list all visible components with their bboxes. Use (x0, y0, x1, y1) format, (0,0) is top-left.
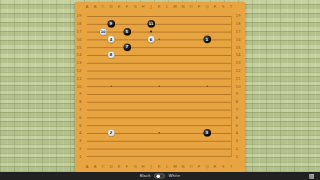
white-turn-label: White (169, 174, 181, 178)
coord-label-top: M (173, 4, 176, 9)
coord-label-top: J (150, 4, 151, 9)
coord-label-bottom: N (182, 164, 185, 169)
coord-label-right: 3 (235, 138, 239, 143)
coord-label-right: 2 (235, 146, 239, 151)
coord-label-right: 1 (235, 154, 239, 159)
turn-toggle[interactable] (154, 174, 165, 179)
coord-label-right: 6 (235, 115, 239, 120)
coord-label-right: 13 (235, 61, 241, 66)
coord-label-bottom: O (189, 164, 192, 169)
coord-label-top: S (222, 4, 225, 9)
coord-label-right: 19 (235, 14, 241, 19)
coord-label-top: E (118, 4, 121, 9)
coord-label-right: 9 (235, 92, 239, 97)
coord-label-left: 9 (79, 92, 83, 97)
board-grid-lines[interactable] (87, 16, 232, 157)
coord-label-top: Q (205, 4, 208, 9)
coords-right: 19181716151413121110987654321 (235, 12, 243, 160)
coord-label-left: 10 (76, 84, 82, 89)
coord-label-right: 15 (235, 45, 241, 50)
coord-label-top: H (141, 4, 144, 9)
coord-label-right: 14 (235, 53, 241, 58)
coord-label-top: D (109, 4, 112, 9)
coord-label-left: 1 (79, 154, 83, 159)
coord-label-left: 3 (79, 138, 83, 143)
go-board[interactable]: ABCDEFGHJKLMNOPQRST ABCDEFGHJKLMNOPQRST … (75, 2, 245, 172)
coord-label-right: 10 (235, 84, 241, 89)
coord-label-bottom: M (173, 164, 176, 169)
coord-label-right: 12 (235, 68, 241, 73)
coord-label-top: G (133, 4, 136, 9)
coord-label-bottom: Q (205, 164, 208, 169)
coord-label-bottom: D (109, 164, 112, 169)
coord-label-top: A (86, 4, 89, 9)
coord-label-top: T (230, 4, 232, 9)
coord-label-bottom: L (166, 164, 168, 169)
coord-label-left: 16 (76, 37, 82, 42)
coord-label-left: 7 (79, 107, 83, 112)
coord-label-bottom: R (214, 164, 217, 169)
coord-label-right: 8 (235, 100, 239, 105)
coord-label-top: O (189, 4, 192, 9)
coord-label-right: 11 (235, 76, 241, 81)
coord-label-top: R (214, 4, 217, 9)
coord-label-top: P (198, 4, 200, 9)
turn-bar: Black White (0, 172, 320, 180)
fullscreen-icon[interactable] (310, 174, 315, 179)
coord-label-bottom: A (86, 164, 89, 169)
coord-label-bottom: S (222, 164, 225, 169)
coords-left: 19181716151413121110987654321 (75, 12, 83, 160)
coord-label-left: 4 (79, 131, 83, 136)
coord-label-left: 5 (79, 123, 83, 128)
coords-top: ABCDEFGHJKLMNOPQRST (83, 3, 235, 10)
coord-label-bottom: B (94, 164, 97, 169)
coord-label-bottom: T (230, 164, 232, 169)
coord-label-left: 12 (76, 68, 82, 73)
app-background: ABCDEFGHJKLMNOPQRST ABCDEFGHJKLMNOPQRST … (0, 0, 320, 180)
coord-label-left: 15 (76, 45, 82, 50)
coord-label-left: 13 (76, 61, 82, 66)
coord-label-top: N (182, 4, 185, 9)
coord-label-top: F (126, 4, 128, 9)
coord-label-right: 4 (235, 131, 239, 136)
coord-label-bottom: K (158, 164, 161, 169)
coord-label-right: 7 (235, 107, 239, 112)
coord-label-left: 6 (79, 115, 83, 120)
coord-label-bottom: J (150, 164, 151, 169)
coord-label-top: C (102, 4, 105, 9)
coords-bottom: ABCDEFGHJKLMNOPQRST (83, 163, 235, 170)
coord-label-left: 14 (76, 53, 82, 58)
coord-label-left: 18 (76, 22, 82, 27)
coord-label-left: 19 (76, 14, 82, 19)
coord-label-bottom: P (198, 164, 200, 169)
coord-label-left: 8 (79, 100, 83, 105)
coord-label-right: 5 (235, 123, 239, 128)
turn-toggle-knob[interactable] (157, 174, 161, 178)
coord-label-right: 16 (235, 37, 241, 42)
coord-label-bottom: F (126, 164, 128, 169)
coord-label-right: 17 (235, 29, 241, 34)
coord-label-bottom: G (133, 164, 136, 169)
coord-label-left: 11 (76, 76, 82, 81)
coord-label-left: 17 (76, 29, 82, 34)
coord-label-top: L (166, 4, 168, 9)
coord-label-top: B (94, 4, 97, 9)
coord-label-top: K (158, 4, 161, 9)
coord-label-left: 2 (79, 146, 83, 151)
coord-label-bottom: E (118, 164, 121, 169)
black-turn-label: Black (140, 174, 151, 178)
coord-label-right: 18 (235, 22, 241, 27)
coord-label-bottom: H (141, 164, 144, 169)
coord-label-bottom: C (102, 164, 105, 169)
